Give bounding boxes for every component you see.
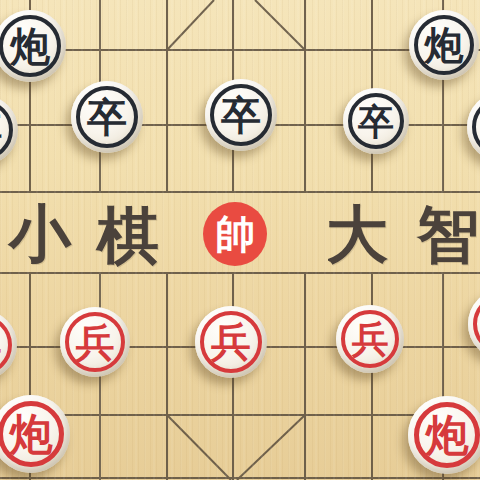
piece-glyph: 兵 (336, 305, 404, 373)
piece-glyph: 卒 (467, 92, 480, 162)
piece-black-e3[interactable]: 卒 (205, 79, 277, 151)
river-calligraphy-char: 小 (9, 203, 71, 265)
piece-red-c6[interactable]: 兵 (60, 307, 130, 377)
piece-glyph: 兵 (195, 306, 267, 378)
piece-glyph: 卒 (71, 81, 143, 153)
piece-red-e6[interactable]: 兵 (195, 306, 267, 378)
piece-glyph: 兵 (0, 310, 17, 380)
piece-glyph: 兵 (468, 289, 480, 359)
piece-glyph: 炮 (409, 10, 479, 80)
piece-glyph: 炮 (0, 10, 66, 82)
piece-glyph: 炮 (0, 395, 70, 473)
piece-glyph: 卒 (205, 79, 277, 151)
piece-glyph: 卒 (0, 95, 18, 165)
piece-glyph: 炮 (408, 396, 480, 474)
red-seal-shuai: 帥 (203, 202, 267, 266)
piece-black-h2[interactable]: 炮 (409, 10, 479, 80)
piece-red-b7[interactable]: 炮 (0, 395, 70, 473)
piece-glyph: 卒 (343, 88, 409, 154)
piece-red-i6[interactable]: 兵 (468, 289, 480, 359)
red-palace-diagonals (167, 415, 305, 480)
black-palace-diagonals (167, 0, 305, 50)
piece-red-h7[interactable]: 炮 (408, 396, 480, 474)
piece-black-b2[interactable]: 炮 (0, 10, 66, 82)
river-calligraphy-char: 棋 (97, 205, 159, 267)
river-calligraphy-char: 智 (417, 204, 479, 266)
piece-black-c3[interactable]: 卒 (71, 81, 143, 153)
piece-glyph: 兵 (60, 307, 130, 377)
river-calligraphy-char: 大 (326, 204, 388, 266)
xiangqi-board: 小 棋 帥 大 智 炮炮卒卒卒卒卒兵兵兵兵兵炮炮 (0, 0, 480, 480)
piece-black-i3[interactable]: 卒 (467, 92, 480, 162)
piece-red-g6[interactable]: 兵 (336, 305, 404, 373)
piece-black-a3[interactable]: 卒 (0, 95, 18, 165)
piece-black-g3[interactable]: 卒 (343, 88, 409, 154)
piece-red-a6[interactable]: 兵 (0, 310, 17, 380)
